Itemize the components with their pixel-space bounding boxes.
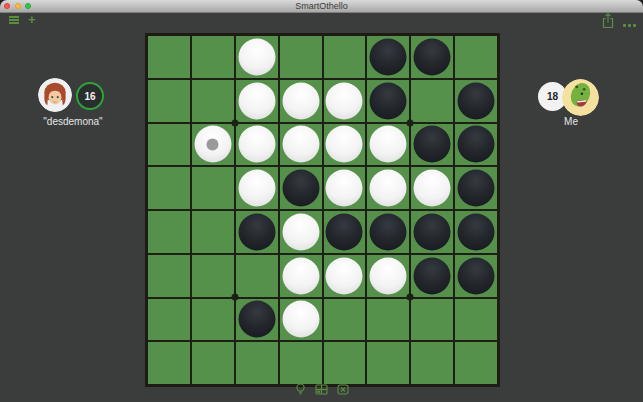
board-cell-h8[interactable] xyxy=(455,342,497,384)
board-cell-h4[interactable] xyxy=(455,167,497,209)
white-disc-c1 xyxy=(238,38,275,75)
board-cell-a6[interactable] xyxy=(148,255,190,297)
black-disc-g5 xyxy=(414,213,451,250)
black-disc-h3 xyxy=(458,126,495,163)
board-cell-f3[interactable] xyxy=(367,124,409,166)
menu-icon[interactable] xyxy=(9,16,19,24)
white-disc-e2 xyxy=(326,82,363,119)
new-game-icon[interactable]: + xyxy=(28,15,36,25)
white-disc-f4 xyxy=(370,170,407,207)
board-cell-c6[interactable] xyxy=(236,255,278,297)
black-disc-g1 xyxy=(414,38,451,75)
board-cell-d1[interactable] xyxy=(280,36,322,78)
board-cell-g6[interactable] xyxy=(411,255,453,297)
board-cell-d2[interactable] xyxy=(280,80,322,122)
score-white-value: 18 xyxy=(547,91,558,102)
board-cell-b3[interactable] xyxy=(192,124,234,166)
board-cell-d6[interactable] xyxy=(280,255,322,297)
board-cell-e5[interactable] xyxy=(324,211,366,253)
white-disc-f3 xyxy=(370,126,407,163)
white-disc-d2 xyxy=(282,82,319,119)
board-cell-h7[interactable] xyxy=(455,299,497,341)
board-cell-c3[interactable] xyxy=(236,124,278,166)
toolbar-left: + xyxy=(9,15,36,25)
white-disc-d6 xyxy=(282,257,319,294)
white-disc-c2 xyxy=(238,82,275,119)
board-cell-c7[interactable] xyxy=(236,299,278,341)
star-point xyxy=(406,294,413,301)
star-point xyxy=(232,294,239,301)
board-cell-c4[interactable] xyxy=(236,167,278,209)
board-cell-g7[interactable] xyxy=(411,299,453,341)
board-cell-g8[interactable] xyxy=(411,342,453,384)
app-window: SmartOthello + xyxy=(0,0,643,402)
board-cell-b2[interactable] xyxy=(192,80,234,122)
board-cell-h2[interactable] xyxy=(455,80,497,122)
more-icon[interactable] xyxy=(623,24,636,27)
board-cell-e2[interactable] xyxy=(324,80,366,122)
board-cell-d3[interactable] xyxy=(280,124,322,166)
board-cell-h1[interactable] xyxy=(455,36,497,78)
othello-board xyxy=(145,33,500,387)
star-point xyxy=(232,120,239,127)
board-cell-d5[interactable] xyxy=(280,211,322,253)
close-x-icon[interactable] xyxy=(337,384,349,395)
board-cell-h5[interactable] xyxy=(455,211,497,253)
avatar-me xyxy=(562,79,599,116)
board-cell-f5[interactable] xyxy=(367,211,409,253)
star-point xyxy=(406,120,413,127)
board-cell-c8[interactable] xyxy=(236,342,278,384)
board-cell-a5[interactable] xyxy=(148,211,190,253)
black-disc-c5 xyxy=(238,213,275,250)
share-icon[interactable] xyxy=(601,13,615,33)
white-disc-e6 xyxy=(326,257,363,294)
last-move-marker xyxy=(207,138,219,150)
black-disc-f2 xyxy=(370,82,407,119)
board-grid-icon[interactable] xyxy=(315,384,328,395)
hint-lightbulb-icon[interactable] xyxy=(295,383,306,396)
title-bar: SmartOthello xyxy=(0,0,643,13)
window-title: SmartOthello xyxy=(0,0,643,13)
black-disc-f1 xyxy=(370,38,407,75)
board-grid xyxy=(148,36,497,384)
board-cell-f6[interactable] xyxy=(367,255,409,297)
bottom-toolbar xyxy=(0,383,643,396)
board-cell-g2[interactable] xyxy=(411,80,453,122)
board-cell-b5[interactable] xyxy=(192,211,234,253)
board-cell-f8[interactable] xyxy=(367,342,409,384)
board-cell-d8[interactable] xyxy=(280,342,322,384)
board-cell-g5[interactable] xyxy=(411,211,453,253)
black-disc-f5 xyxy=(370,213,407,250)
white-disc-d3 xyxy=(282,126,319,163)
white-disc-d7 xyxy=(282,301,319,338)
board-cell-e3[interactable] xyxy=(324,124,366,166)
black-disc-h2 xyxy=(458,82,495,119)
board-cell-e1[interactable] xyxy=(324,36,366,78)
board-cell-f1[interactable] xyxy=(367,36,409,78)
toolbar-right xyxy=(601,13,636,33)
board-cell-a3[interactable] xyxy=(148,124,190,166)
board-cell-e6[interactable] xyxy=(324,255,366,297)
board-cell-e8[interactable] xyxy=(324,342,366,384)
white-disc-b3 xyxy=(194,126,231,163)
score-black-value: 16 xyxy=(84,91,95,102)
board-cell-a7[interactable] xyxy=(148,299,190,341)
white-disc-c3 xyxy=(238,126,275,163)
board-cell-c2[interactable] xyxy=(236,80,278,122)
board-cell-g1[interactable] xyxy=(411,36,453,78)
black-disc-g3 xyxy=(414,126,451,163)
black-disc-c7 xyxy=(238,301,275,338)
player-name-right: Me xyxy=(526,116,616,127)
black-disc-e5 xyxy=(326,213,363,250)
white-disc-c4 xyxy=(238,170,275,207)
board-cell-a4[interactable] xyxy=(148,167,190,209)
board-cell-e7[interactable] xyxy=(324,299,366,341)
avatar-desdemona xyxy=(38,78,72,112)
board-cell-a1[interactable] xyxy=(148,36,190,78)
board-cell-b1[interactable] xyxy=(192,36,234,78)
board-cell-h6[interactable] xyxy=(455,255,497,297)
board-cell-h3[interactable] xyxy=(455,124,497,166)
board-cell-a2[interactable] xyxy=(148,80,190,122)
white-disc-d5 xyxy=(282,213,319,250)
black-disc-h6 xyxy=(458,257,495,294)
white-disc-e4 xyxy=(326,170,363,207)
board-cell-a8[interactable] xyxy=(148,342,190,384)
board-cell-c1[interactable] xyxy=(236,36,278,78)
board-cell-g3[interactable] xyxy=(411,124,453,166)
white-disc-f6 xyxy=(370,257,407,294)
black-disc-g6 xyxy=(414,257,451,294)
white-disc-g4 xyxy=(414,170,451,207)
board-cell-d4[interactable] xyxy=(280,167,322,209)
black-disc-h4 xyxy=(458,170,495,207)
board-cell-b7[interactable] xyxy=(192,299,234,341)
player-name-left: "desdemona" xyxy=(18,116,128,127)
board-cell-e4[interactable] xyxy=(324,167,366,209)
white-disc-e3 xyxy=(326,126,363,163)
score-black: 16 xyxy=(76,82,104,110)
board-cell-c5[interactable] xyxy=(236,211,278,253)
board-cell-d7[interactable] xyxy=(280,299,322,341)
board-cell-b4[interactable] xyxy=(192,167,234,209)
board-cell-g4[interactable] xyxy=(411,167,453,209)
board-cell-f2[interactable] xyxy=(367,80,409,122)
board-cell-f7[interactable] xyxy=(367,299,409,341)
board-cell-f4[interactable] xyxy=(367,167,409,209)
black-disc-h5 xyxy=(458,213,495,250)
board-cell-b6[interactable] xyxy=(192,255,234,297)
black-disc-d4 xyxy=(282,170,319,207)
board-cell-b8[interactable] xyxy=(192,342,234,384)
